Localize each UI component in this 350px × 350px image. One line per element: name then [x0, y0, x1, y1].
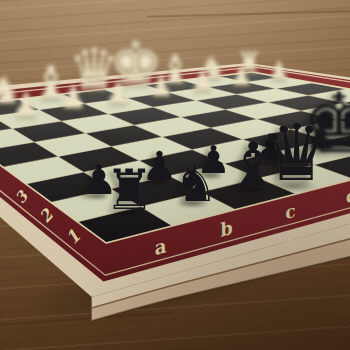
- piece-white-pawn-g7: ♟: [230, 64, 253, 90]
- piece-black-rook-a1: ♜: [104, 162, 154, 218]
- piece-black-knight-b1: ♞: [173, 158, 219, 209]
- piece-white-pawn-c7: ♟: [60, 83, 88, 114]
- piece-white-pawn-b7: ♟: [12, 89, 41, 121]
- piece-black-bishop-c1: ♝: [225, 134, 280, 195]
- piece-white-pawn-h7: ♟: [268, 60, 290, 84]
- piece-white-pawn-f7: ♟: [190, 69, 214, 96]
- chess-set-photo: abcd123 ♞♝♛♚♝♞♜♟♟♟♟♟♟♟♟♟♟♟♟♟♟♜♞♝♛♚: [0, 0, 350, 350]
- piece-white-pawn-d7: ♟: [105, 78, 131, 107]
- piece-white-pawn-e7: ♟: [149, 73, 174, 101]
